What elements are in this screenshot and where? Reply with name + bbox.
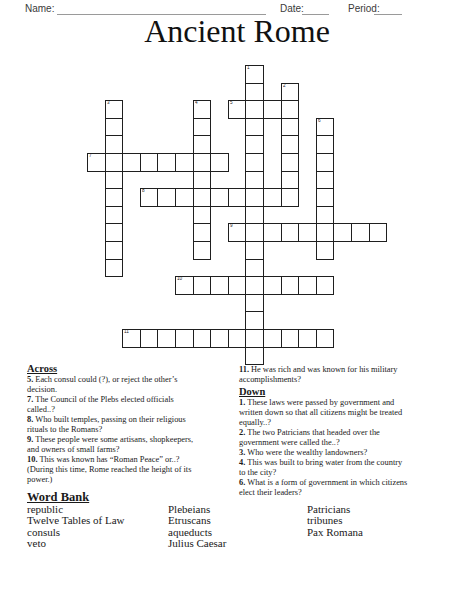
grid-cell[interactable]: 6 bbox=[316, 118, 335, 137]
grid-cell[interactable] bbox=[105, 206, 124, 225]
grid-cell[interactable] bbox=[157, 153, 176, 172]
clue-number: 8. bbox=[27, 415, 33, 424]
grid-cell[interactable] bbox=[263, 100, 282, 119]
grid-cell[interactable]: 11 bbox=[122, 329, 141, 348]
clue-text: What is a form of government in which ci… bbox=[239, 478, 407, 497]
grid-cell[interactable] bbox=[281, 171, 300, 190]
across-heading: Across bbox=[27, 362, 240, 375]
grid-cell[interactable] bbox=[245, 118, 264, 137]
grid-cell[interactable] bbox=[193, 188, 212, 207]
grid-cell[interactable] bbox=[298, 276, 317, 295]
cell-number: 4 bbox=[195, 101, 198, 106]
clue-down-1: 1.These laws were passed by government a… bbox=[239, 398, 452, 428]
grid-cell[interactable] bbox=[122, 153, 141, 172]
grid-cell[interactable] bbox=[193, 118, 212, 137]
clue-number: 10. bbox=[27, 455, 37, 464]
clue-number: 7. bbox=[27, 395, 33, 404]
word-bank-item: Pax Romana bbox=[307, 527, 363, 538]
clue-text: He was rich and was known for his milita… bbox=[239, 365, 398, 384]
clue-number: 11. bbox=[239, 365, 249, 374]
grid-cell[interactable] bbox=[105, 153, 124, 172]
cell-number: 8 bbox=[142, 189, 145, 194]
grid-cell[interactable] bbox=[316, 135, 335, 154]
clue-across-9: 9.These people were some artisans, shopk… bbox=[27, 435, 240, 455]
grid-cell[interactable] bbox=[228, 276, 247, 295]
clue-across-7: 7.The Council of the Plebs elected offic… bbox=[27, 395, 240, 415]
grid-cell[interactable]: 4 bbox=[193, 100, 212, 119]
grid-cell[interactable] bbox=[281, 188, 300, 207]
grid-cell[interactable] bbox=[245, 241, 264, 260]
clue-down-6: 6.What is a form of government in which … bbox=[239, 478, 452, 498]
down-clues-column: 11.He was rich and was known for his mil… bbox=[239, 365, 452, 498]
clue-text: This was built to bring water from the c… bbox=[239, 458, 402, 477]
grid-cell[interactable] bbox=[105, 188, 124, 207]
grid-cell[interactable] bbox=[245, 223, 264, 242]
grid-cell[interactable] bbox=[157, 188, 176, 207]
cell-number: 3 bbox=[107, 101, 110, 106]
grid-cell[interactable] bbox=[105, 135, 124, 154]
clue-number: 4. bbox=[239, 458, 245, 467]
word-bank-column-2: Plebeians Etruscans aqueducts Julius Cae… bbox=[168, 504, 226, 550]
grid-cell[interactable] bbox=[245, 294, 264, 313]
clue-number: 5. bbox=[27, 375, 33, 384]
clue-number: 9. bbox=[27, 435, 33, 444]
grid-cell[interactable] bbox=[281, 135, 300, 154]
grid-cell[interactable] bbox=[245, 135, 264, 154]
grid-cell[interactable] bbox=[281, 276, 300, 295]
grid-cell[interactable] bbox=[316, 223, 335, 242]
word-bank-column-1: republic Twelve Tables of Law consuls ve… bbox=[27, 504, 125, 550]
clue-text: These laws were passed by government and… bbox=[239, 398, 402, 427]
clue-text: This was known has “Roman Peace” or..? (… bbox=[27, 455, 191, 484]
grid-cell[interactable] bbox=[281, 329, 300, 348]
grid-cell[interactable] bbox=[210, 188, 229, 207]
grid-cell[interactable] bbox=[228, 329, 247, 348]
clue-down-2: 2.The two Patricians that headed over th… bbox=[239, 428, 452, 448]
grid-cell[interactable] bbox=[245, 329, 264, 348]
grid-cell[interactable]: 10 bbox=[175, 276, 194, 295]
worksheet-page: Name: Date: Period: Ancient Rome 1234567… bbox=[0, 0, 474, 613]
grid-cell[interactable] bbox=[333, 223, 352, 242]
grid-cell[interactable] bbox=[105, 223, 124, 242]
grid-cell[interactable] bbox=[105, 241, 124, 260]
clue-down-4: 4.This was built to bring water from the… bbox=[239, 458, 452, 478]
name-label: Name: bbox=[25, 3, 54, 14]
grid-cell[interactable]: 8 bbox=[140, 188, 159, 207]
grid-cell[interactable]: 1 bbox=[245, 65, 264, 84]
clue-text: The Council of the Plebs elected officia… bbox=[27, 395, 174, 414]
grid-cell[interactable] bbox=[316, 206, 335, 225]
grid-cell[interactable] bbox=[105, 259, 124, 278]
cell-number: 10 bbox=[177, 277, 182, 282]
cell-number: 5 bbox=[230, 101, 233, 106]
grid-cell[interactable] bbox=[281, 100, 300, 119]
cell-number: 6 bbox=[318, 119, 321, 124]
grid-cell[interactable] bbox=[245, 171, 264, 190]
crossword-grid: 1234567891011 bbox=[87, 65, 388, 366]
grid-cell[interactable] bbox=[316, 188, 335, 207]
clue-text: Each consul could (?), or reject the oth… bbox=[27, 375, 177, 394]
period-label: Period: bbox=[348, 3, 380, 14]
grid-cell[interactable] bbox=[245, 100, 264, 119]
grid-cell[interactable] bbox=[281, 153, 300, 172]
grid-cell[interactable] bbox=[263, 188, 282, 207]
cell-number: 1 bbox=[247, 66, 250, 71]
grid-cell[interactable] bbox=[316, 171, 335, 190]
word-bank-column-3: Patricians tribunes Pax Romana bbox=[307, 504, 363, 538]
clue-across-11: 11.He was rich and was known for his mil… bbox=[239, 365, 452, 385]
cell-number: 11 bbox=[124, 330, 129, 335]
clue-number: 6. bbox=[239, 478, 245, 487]
grid-cell[interactable] bbox=[193, 329, 212, 348]
grid-cell[interactable] bbox=[193, 223, 212, 242]
grid-cell[interactable] bbox=[369, 223, 388, 242]
cell-number: 9 bbox=[230, 224, 233, 229]
grid-cell[interactable] bbox=[228, 188, 247, 207]
grid-cell[interactable] bbox=[245, 276, 264, 295]
grid-cell[interactable] bbox=[245, 347, 264, 366]
clue-text: Who were the wealthy landowners? bbox=[247, 448, 367, 457]
grid-cell[interactable] bbox=[263, 223, 282, 242]
clue-text: Who built temples, passing on their reli… bbox=[27, 415, 186, 434]
grid-cell[interactable] bbox=[140, 329, 159, 348]
word-bank-item: veto bbox=[27, 538, 125, 549]
grid-cell[interactable] bbox=[157, 329, 176, 348]
grid-cell[interactable] bbox=[316, 241, 335, 260]
page-title: Ancient Rome bbox=[0, 15, 474, 47]
grid-cell[interactable] bbox=[281, 118, 300, 137]
across-clues-column: Across 5.Each consul could (?), or rejec… bbox=[27, 362, 240, 485]
grid-cell[interactable] bbox=[175, 188, 194, 207]
grid-cell[interactable]: 3 bbox=[105, 100, 124, 119]
grid-cell[interactable] bbox=[210, 329, 229, 348]
grid-cell[interactable] bbox=[175, 329, 194, 348]
clue-text: The two Patricians that headed over the … bbox=[239, 428, 380, 447]
grid-cell[interactable] bbox=[210, 153, 229, 172]
grid-cell[interactable]: 2 bbox=[281, 83, 300, 102]
clue-down-3: 3.Who were the wealthy landowners? bbox=[239, 448, 452, 458]
clue-text: These people were some artisans, shopkee… bbox=[27, 435, 193, 454]
grid-cell[interactable] bbox=[193, 153, 212, 172]
grid-cell[interactable] bbox=[245, 83, 264, 102]
clue-number: 3. bbox=[239, 448, 245, 457]
grid-cell[interactable] bbox=[175, 153, 194, 172]
cell-number: 2 bbox=[283, 84, 286, 89]
grid-cell[interactable] bbox=[193, 135, 212, 154]
grid-cell[interactable] bbox=[245, 311, 264, 330]
grid-cell[interactable] bbox=[193, 241, 212, 260]
grid-cell[interactable] bbox=[316, 153, 335, 172]
grid-cell[interactable] bbox=[351, 223, 370, 242]
clue-across-8: 8.Who built temples, passing on their re… bbox=[27, 415, 240, 435]
grid-cell[interactable] bbox=[245, 206, 264, 225]
grid-cell[interactable] bbox=[245, 188, 264, 207]
grid-cell[interactable] bbox=[298, 223, 317, 242]
grid-cell[interactable] bbox=[193, 276, 212, 295]
grid-cell[interactable] bbox=[263, 276, 282, 295]
grid-cell[interactable] bbox=[193, 171, 212, 190]
clue-number: 1. bbox=[239, 398, 245, 407]
grid-cell[interactable] bbox=[245, 259, 264, 278]
grid-cell[interactable] bbox=[105, 118, 124, 137]
grid-cell[interactable]: 5 bbox=[228, 100, 247, 119]
grid-cell[interactable] bbox=[281, 223, 300, 242]
grid-cell[interactable] bbox=[245, 153, 264, 172]
grid-cell[interactable]: 7 bbox=[87, 153, 106, 172]
grid-cell[interactable] bbox=[316, 276, 335, 295]
grid-cell[interactable] bbox=[193, 206, 212, 225]
grid-cell[interactable] bbox=[263, 329, 282, 348]
grid-cell[interactable] bbox=[105, 171, 124, 190]
clue-number: 2. bbox=[239, 428, 245, 437]
grid-cell[interactable]: 9 bbox=[228, 223, 247, 242]
grid-cell[interactable] bbox=[210, 276, 229, 295]
clue-across-5: 5.Each consul could (?), or reject the o… bbox=[27, 375, 240, 395]
grid-cell[interactable] bbox=[298, 329, 317, 348]
cell-number: 7 bbox=[89, 154, 92, 159]
word-bank-item: Julius Caesar bbox=[168, 538, 226, 549]
grid-cell[interactable] bbox=[140, 153, 159, 172]
down-heading: Down bbox=[239, 385, 452, 398]
clue-across-10: 10.This was known has “Roman Peace” or..… bbox=[27, 455, 240, 485]
grid-cell[interactable] bbox=[316, 329, 335, 348]
